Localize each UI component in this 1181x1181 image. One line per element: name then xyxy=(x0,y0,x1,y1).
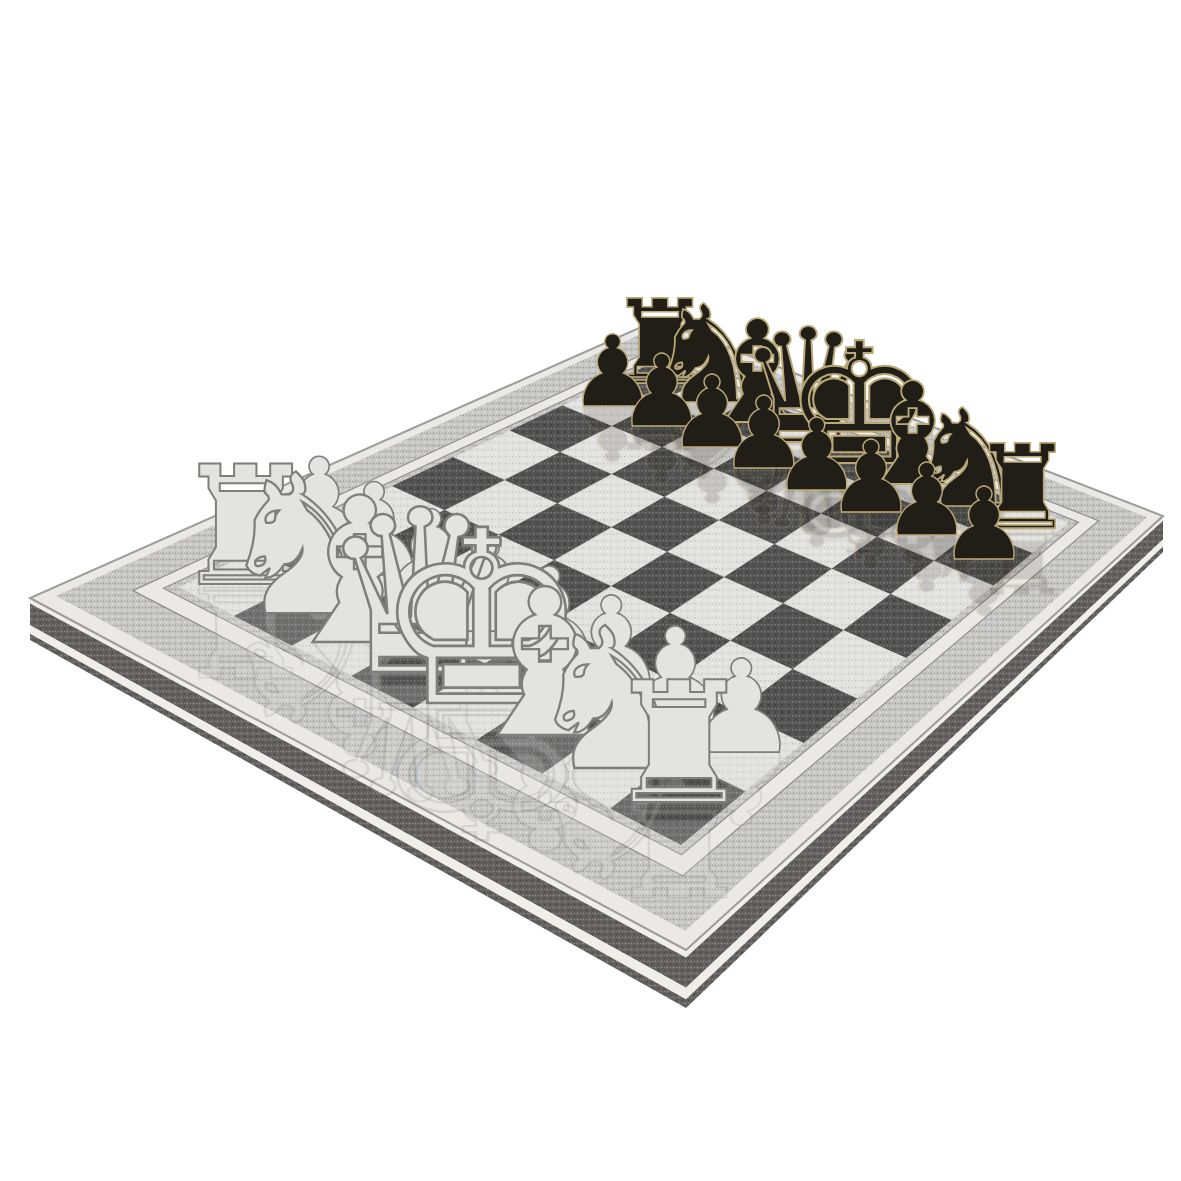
chess-board-scene: ♜♜♞♞♟♟♝♝♟♟♛♛♟♟♚♚♟♟♝♝♟♟♞♞♟♟♜♜♟♟♟♟♟♟♟♟♜♜♟♟… xyxy=(0,0,1181,1181)
piece-white-rook-h1: ♜ xyxy=(604,646,755,842)
piece-black-pawn-h7: ♟ xyxy=(939,466,1029,583)
chess-pieces: ♜♜♞♞♟♟♝♝♟♟♛♛♟♟♚♚♟♟♝♝♟♟♞♞♟♟♜♜♟♟♟♟♟♟♟♟♜♜♟♟… xyxy=(172,274,1075,924)
chess-set-photo: ♜♜♞♞♟♟♝♝♟♟♛♛♟♟♚♚♟♟♝♝♟♟♞♞♟♟♜♜♟♟♟♟♟♟♟♟♜♜♟♟… xyxy=(0,0,1181,1181)
